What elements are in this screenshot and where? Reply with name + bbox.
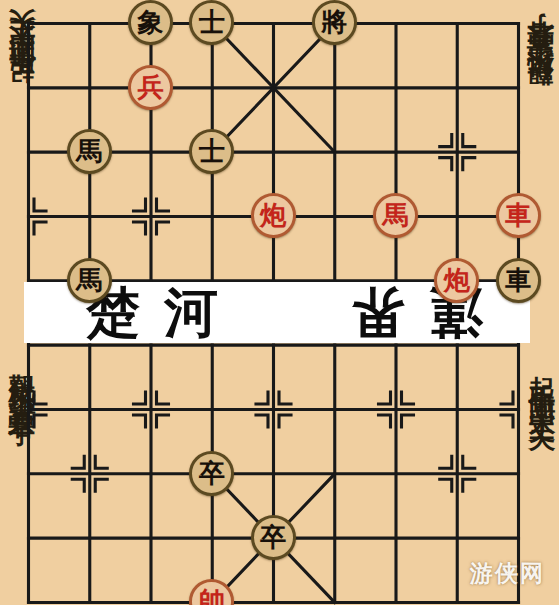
piece-black-soldier-1[interactable]: 卒 [189, 451, 234, 496]
piece-black-general[interactable]: 將 [312, 0, 357, 45]
piece-red-cannon-2[interactable]: 炮 [434, 258, 479, 303]
site-watermark: 游侠网 [470, 558, 545, 589]
piece-black-chariot[interactable]: 車 [496, 258, 541, 303]
river-left-text: 楚河 [86, 283, 242, 342]
piece-red-soldier[interactable]: 兵 [128, 65, 173, 110]
piece-black-horse-2[interactable]: 馬 [67, 258, 112, 303]
piece-red-chariot[interactable]: 車 [496, 193, 541, 238]
xiangqi-board-screenshot: 起手無回大丈夫 觀棋不語真君子 觀棋不語真君子 起手無回大丈夫 楚河 漢界 象士… [0, 0, 559, 605]
calligraphy-right-top: 觀棋不語真君子 [523, 52, 557, 108]
piece-black-horse-1[interactable]: 馬 [67, 129, 112, 174]
piece-red-cannon-1[interactable]: 炮 [251, 193, 296, 238]
calligraphy-right-bottom: 起手無回大丈夫 [525, 354, 559, 410]
piece-black-soldier-2[interactable]: 卒 [251, 515, 296, 560]
